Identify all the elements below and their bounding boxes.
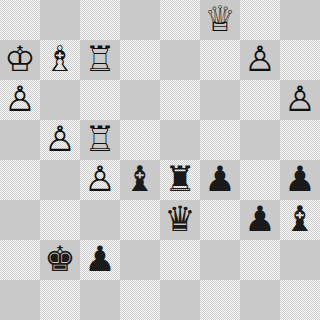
square-c3[interactable] (80, 200, 120, 240)
piece-white-pawn[interactable]: ♙ (84, 162, 115, 197)
square-d4[interactable]: ♝ (120, 160, 160, 200)
square-b2[interactable]: ♚ (40, 240, 80, 280)
square-b7[interactable]: ♗ (40, 40, 80, 80)
square-e4[interactable]: ♜ (160, 160, 200, 200)
square-e8[interactable] (160, 0, 200, 40)
square-a8[interactable] (0, 0, 40, 40)
square-f7[interactable] (200, 40, 240, 80)
square-f3[interactable] (200, 200, 240, 240)
square-g5[interactable] (240, 120, 280, 160)
square-a3[interactable] (0, 200, 40, 240)
square-d2[interactable] (120, 240, 160, 280)
square-a2[interactable] (0, 240, 40, 280)
piece-white-bishop[interactable]: ♗ (44, 42, 75, 77)
piece-white-rook[interactable]: ♖ (84, 122, 115, 157)
square-a6[interactable]: ♙ (0, 80, 40, 120)
square-e2[interactable] (160, 240, 200, 280)
square-c8[interactable] (80, 0, 120, 40)
piece-white-queen[interactable]: ♕ (204, 2, 235, 37)
square-h4[interactable]: ♟ (280, 160, 320, 200)
square-a7[interactable]: ♔ (0, 40, 40, 80)
square-g8[interactable] (240, 0, 280, 40)
square-f8[interactable]: ♕ (200, 0, 240, 40)
square-c5[interactable]: ♖ (80, 120, 120, 160)
square-e3[interactable]: ♛ (160, 200, 200, 240)
square-e5[interactable] (160, 120, 200, 160)
square-d3[interactable] (120, 200, 160, 240)
square-h5[interactable] (280, 120, 320, 160)
square-g1[interactable] (240, 280, 280, 320)
square-f2[interactable] (200, 240, 240, 280)
square-h7[interactable] (280, 40, 320, 80)
piece-black-pawn[interactable]: ♟ (244, 202, 275, 237)
square-g6[interactable] (240, 80, 280, 120)
piece-black-pawn[interactable]: ♟ (84, 242, 115, 277)
square-b4[interactable] (40, 160, 80, 200)
piece-black-rook[interactable]: ♜ (164, 162, 195, 197)
piece-white-pawn[interactable]: ♙ (4, 82, 35, 117)
square-c6[interactable] (80, 80, 120, 120)
piece-black-pawn[interactable]: ♟ (284, 162, 315, 197)
piece-white-rook[interactable]: ♖ (84, 42, 115, 77)
square-g2[interactable] (240, 240, 280, 280)
square-c1[interactable] (80, 280, 120, 320)
square-d8[interactable] (120, 0, 160, 40)
square-g7[interactable]: ♙ (240, 40, 280, 80)
square-h8[interactable] (280, 0, 320, 40)
square-d6[interactable] (120, 80, 160, 120)
square-b6[interactable] (40, 80, 80, 120)
piece-black-queen[interactable]: ♛ (164, 202, 195, 237)
square-h3[interactable]: ♝ (280, 200, 320, 240)
piece-white-pawn[interactable]: ♙ (244, 42, 275, 77)
square-c7[interactable]: ♖ (80, 40, 120, 80)
square-d7[interactable] (120, 40, 160, 80)
square-g4[interactable] (240, 160, 280, 200)
square-d5[interactable] (120, 120, 160, 160)
square-e7[interactable] (160, 40, 200, 80)
square-h2[interactable] (280, 240, 320, 280)
square-f5[interactable] (200, 120, 240, 160)
square-e1[interactable] (160, 280, 200, 320)
piece-white-pawn[interactable]: ♙ (284, 82, 315, 117)
square-h1[interactable] (280, 280, 320, 320)
chess-board: ♕♔♗♖♙♙♙♙♖♙♝♜♟♟♛♟♝♚♟ (0, 0, 320, 320)
piece-black-bishop[interactable]: ♝ (124, 162, 155, 197)
square-c2[interactable]: ♟ (80, 240, 120, 280)
square-g3[interactable]: ♟ (240, 200, 280, 240)
square-c4[interactable]: ♙ (80, 160, 120, 200)
piece-black-pawn[interactable]: ♟ (204, 162, 235, 197)
square-f6[interactable] (200, 80, 240, 120)
square-h6[interactable]: ♙ (280, 80, 320, 120)
square-b3[interactable] (40, 200, 80, 240)
square-a1[interactable] (0, 280, 40, 320)
piece-white-king[interactable]: ♔ (4, 42, 35, 77)
piece-black-bishop[interactable]: ♝ (284, 202, 315, 237)
square-a5[interactable] (0, 120, 40, 160)
piece-white-pawn[interactable]: ♙ (44, 122, 75, 157)
piece-black-king[interactable]: ♚ (44, 242, 75, 277)
square-d1[interactable] (120, 280, 160, 320)
square-f4[interactable]: ♟ (200, 160, 240, 200)
square-e6[interactable] (160, 80, 200, 120)
square-b5[interactable]: ♙ (40, 120, 80, 160)
square-b1[interactable] (40, 280, 80, 320)
square-b8[interactable] (40, 0, 80, 40)
square-f1[interactable] (200, 280, 240, 320)
square-a4[interactable] (0, 160, 40, 200)
